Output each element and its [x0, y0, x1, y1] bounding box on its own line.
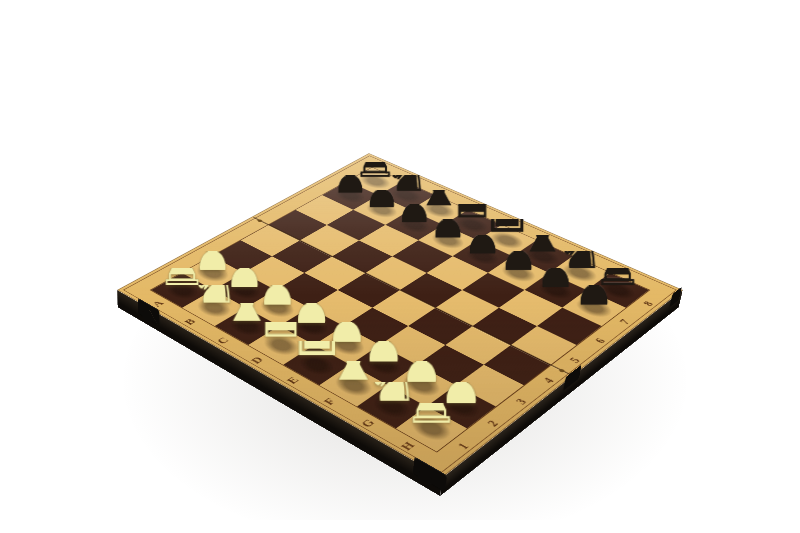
board-grid: ♜♞♝♛♚♝♞♜♟♟♟♟♟♟♟♟♟♟♟♟♟♟♟♟♜♞♝♛♚♝♞♜: [151, 168, 649, 452]
piece-contact-shadow: [570, 295, 618, 322]
piece-contact-shadow: [495, 261, 541, 286]
piece-contact-shadow: [190, 261, 235, 286]
chess-board: ♜♞♝♛♚♝♞♜♟♟♟♟♟♟♟♟♟♟♟♟♟♟♟♟♜♞♝♛♚♝♞♜ ABCDEFG…: [117, 153, 683, 477]
piece-contact-shadow: [594, 277, 641, 303]
board-surface: ♜♞♝♛♚♝♞♜♟♟♟♟♟♟♟♟♟♟♟♟♟♟♟♟♜♞♝♛♚♝♞♜ ABCDEFG…: [117, 153, 683, 477]
piece-contact-shadow: [191, 295, 238, 322]
black-king-glyph: ♚: [475, 155, 539, 246]
contrast-finial: [469, 163, 476, 170]
square-e4: [372, 290, 435, 326]
black-rook-glyph: ♜: [592, 222, 644, 296]
product-photo-canvas: ♜♞♝♛♚♝♞♜♟♟♟♟♟♟♟♟♟♟♟♟♟♟♟♟♜♞♝♛♚♝♞♜ ABCDEFG…: [0, 0, 800, 533]
scene-camera: ♜♞♝♛♚♝♞♜♟♟♟♟♟♟♟♟♟♟♟♟♟♟♟♟♜♞♝♛♚♝♞♜ ABCDEFG…: [0, 0, 800, 533]
contrast-finial: [503, 174, 511, 182]
square-h3: [456, 365, 524, 407]
